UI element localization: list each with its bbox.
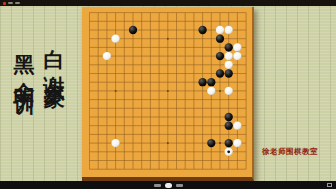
- title-mark-icon: [8, 2, 13, 4]
- play-toggle-icon[interactable]: [165, 183, 172, 188]
- video-player-bar: [0, 181, 336, 189]
- title-mark-icon: [15, 2, 20, 4]
- white-stone: [207, 87, 215, 95]
- black-stone: [207, 139, 215, 147]
- last-move-marker: [227, 150, 230, 153]
- record-dot-icon: [3, 2, 6, 5]
- go-board-grid: [82, 7, 252, 177]
- white-stone: [111, 35, 119, 43]
- black-stone: [225, 139, 233, 147]
- white-stone: [103, 52, 111, 60]
- player-label-white: 白 谢尔豪: [43, 32, 64, 77]
- white-stone: [225, 61, 233, 69]
- white-stone: [225, 26, 233, 34]
- white-stone: [225, 52, 233, 60]
- grid-icon[interactable]: [327, 183, 332, 187]
- black-stone: [225, 43, 233, 51]
- white-stone: [216, 26, 224, 34]
- white-stone: [233, 139, 241, 147]
- white-color-char: 白: [42, 32, 66, 42]
- classroom-watermark: 徐老师围棋教室: [262, 147, 318, 157]
- black-stone: [225, 69, 233, 77]
- video-frame: 黑 金明训 白 谢尔豪 徐老师围棋教室: [0, 0, 336, 189]
- white-stone: [233, 43, 241, 51]
- black-player-name: 金明训: [12, 65, 36, 83]
- black-stone: [216, 52, 224, 60]
- window-title-bar: [0, 0, 336, 6]
- right-glyph-icon[interactable]: [176, 184, 183, 187]
- black-stone: [225, 113, 233, 121]
- white-stone: [225, 87, 233, 95]
- black-stone: [207, 78, 215, 86]
- white-stone: [111, 139, 119, 147]
- black-color-char: 黑: [12, 38, 36, 48]
- black-stone: [225, 122, 233, 130]
- white-stone: [233, 52, 241, 60]
- black-stone: [198, 26, 206, 34]
- black-stone: [216, 35, 224, 43]
- left-glyph-icon[interactable]: [154, 184, 161, 187]
- player-label-black: 黑 金明训: [13, 38, 34, 83]
- black-stone: [129, 26, 137, 34]
- go-board: [82, 7, 254, 181]
- black-stone: [216, 69, 224, 77]
- black-stone: [198, 78, 206, 86]
- white-player-name: 谢尔豪: [42, 59, 66, 77]
- white-stone: [233, 122, 241, 130]
